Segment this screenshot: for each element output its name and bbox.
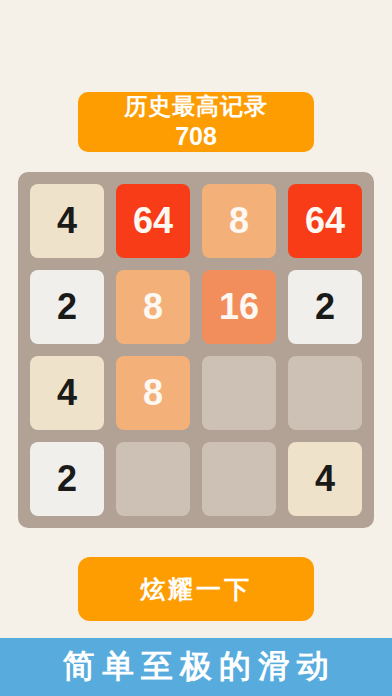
empty-cell (202, 356, 276, 430)
best-score-value: 708 (175, 121, 217, 151)
game-board[interactable]: 464864281624824 (18, 172, 374, 528)
tile-2: 2 (288, 270, 362, 344)
tile-64: 64 (116, 184, 190, 258)
empty-cell (288, 356, 362, 430)
tagline-banner: 简单至极的滑动 (0, 638, 392, 696)
tile-2: 2 (30, 442, 104, 516)
empty-cell (202, 442, 276, 516)
tile-2: 2 (30, 270, 104, 344)
tile-8: 8 (202, 184, 276, 258)
tile-8: 8 (116, 356, 190, 430)
tile-4: 4 (30, 184, 104, 258)
empty-cell (116, 442, 190, 516)
tile-4: 4 (288, 442, 362, 516)
share-button[interactable]: 炫耀一下 (78, 557, 314, 621)
tile-8: 8 (116, 270, 190, 344)
tile-4: 4 (30, 356, 104, 430)
tile-64: 64 (288, 184, 362, 258)
best-score-badge: 历史最高记录 708 (78, 92, 314, 152)
best-score-label: 历史最高记录 (124, 93, 268, 121)
app-screen: 历史最高记录 708 464864281624824 炫耀一下 简单至极的滑动 (0, 0, 392, 696)
tile-16: 16 (202, 270, 276, 344)
